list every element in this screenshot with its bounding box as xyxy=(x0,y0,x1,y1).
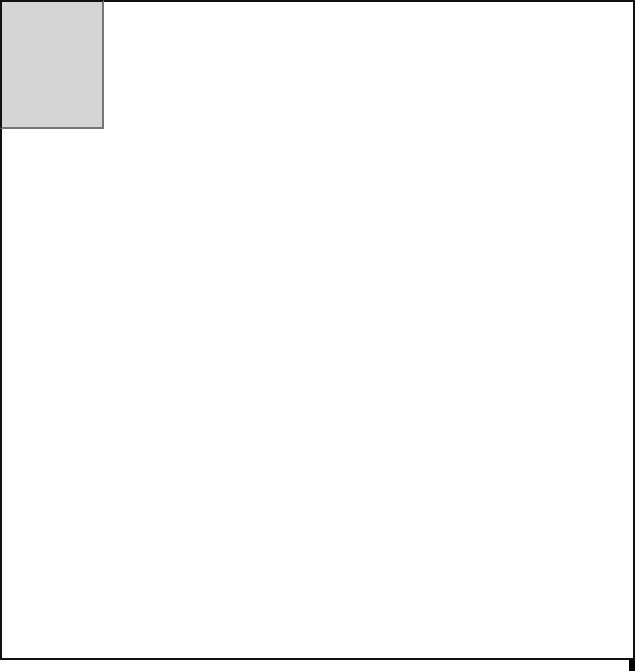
site-watermark xyxy=(629,660,635,671)
clue-corner-block xyxy=(0,0,104,129)
row-clues-area xyxy=(0,129,104,660)
puzzle-grid[interactable] xyxy=(104,129,635,660)
column-clues-area xyxy=(104,0,635,129)
nonogram-board xyxy=(0,0,635,671)
